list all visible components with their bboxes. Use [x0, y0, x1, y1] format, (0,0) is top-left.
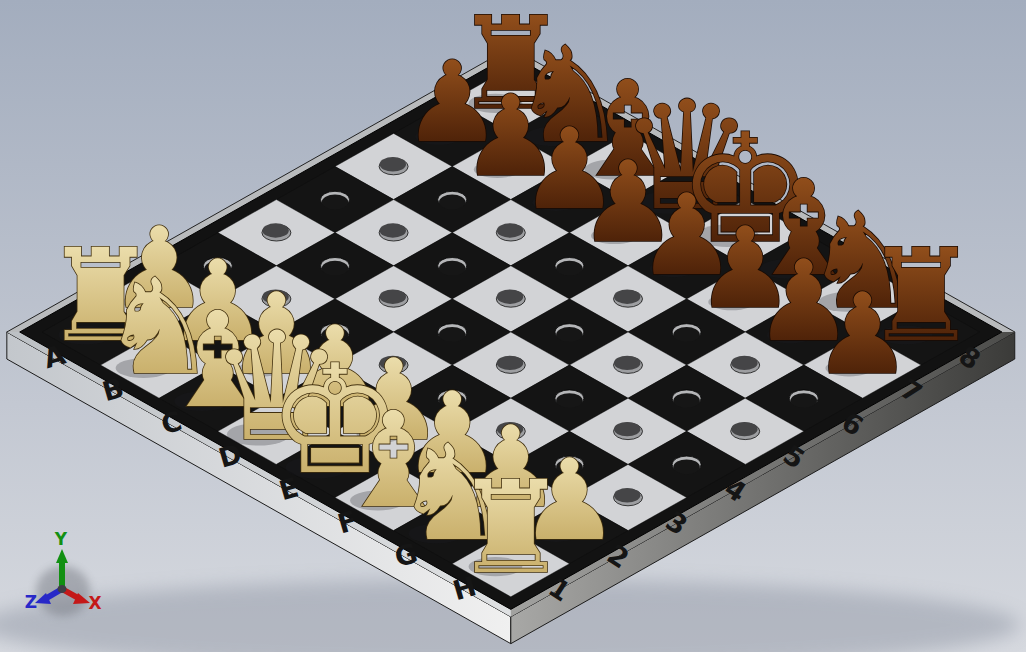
chess-board-scene: ABCDEFGH12345678♜♞♟♝♟♛♟♚♟♝♟♞♟♟♜♟♟♜♟♟♞♟♝♟… [0, 0, 1026, 652]
peg-hole-g5 [672, 390, 701, 408]
peg-hole-a5 [321, 191, 350, 209]
peg-hole-e5 [555, 324, 584, 342]
y-axis-label: Y [54, 529, 68, 549]
piece-black-pawn-h7[interactable]: ♟ [812, 269, 912, 399]
piece-white-rook-h1[interactable]: ♜ [453, 453, 568, 602]
rook-glyph: ♜ [453, 453, 568, 602]
peg-hole-c5 [438, 258, 467, 276]
peg-hole-h4 [672, 456, 701, 474]
z-axis-label: Z [25, 592, 37, 612]
triad-origin [58, 585, 67, 593]
x-axis-label: X [88, 593, 101, 613]
cad-viewport: ABCDEFGH12345678♜♞♟♝♟♛♟♚♟♝♟♞♟♟♜♟♟♜♟♟♞♟♝♟… [0, 0, 1026, 652]
pawn-glyph: ♟ [812, 269, 912, 399]
